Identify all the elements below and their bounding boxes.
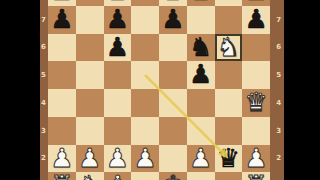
square-a7[interactable]: ♟ <box>48 6 76 34</box>
square-d1[interactable] <box>131 172 159 180</box>
piece-white-knight[interactable]: ♞ <box>78 172 101 180</box>
rank-label-7-right: 7 <box>276 16 281 23</box>
square-f2[interactable]: ♟ <box>187 145 215 173</box>
square-d7[interactable] <box>131 6 159 34</box>
piece-white-king[interactable]: ♚ <box>161 172 184 180</box>
square-c5[interactable] <box>104 61 132 89</box>
chess-board: ♜♝♚♝♜♟♟♟♟♟♞♞♟♛♟♟♟♟♟♛♟♜♞♝♚♜ 776655443322 <box>40 0 284 180</box>
piece-white-rook[interactable]: ♜ <box>244 172 267 180</box>
rank-label-5-left: 5 <box>41 72 46 79</box>
square-g4[interactable] <box>215 89 243 117</box>
square-g2[interactable]: ♛ <box>215 145 243 173</box>
square-g7[interactable] <box>215 6 243 34</box>
piece-black-pawn[interactable]: ♟ <box>161 6 184 34</box>
piece-white-pawn[interactable]: ♟ <box>106 145 129 173</box>
square-h3[interactable] <box>242 117 270 145</box>
square-d4[interactable] <box>131 89 159 117</box>
square-b2[interactable]: ♟ <box>76 145 104 173</box>
square-g6[interactable]: ♞ <box>215 34 243 62</box>
square-a6[interactable] <box>48 34 76 62</box>
square-b3[interactable] <box>76 117 104 145</box>
square-h6[interactable] <box>242 34 270 62</box>
piece-black-knight[interactable]: ♞ <box>189 34 212 62</box>
square-b5[interactable] <box>76 61 104 89</box>
piece-black-pawn[interactable]: ♟ <box>50 6 73 34</box>
square-d5[interactable] <box>131 61 159 89</box>
square-d6[interactable] <box>131 34 159 62</box>
square-e5[interactable] <box>159 61 187 89</box>
piece-white-pawn[interactable]: ♟ <box>133 145 156 173</box>
piece-black-pawn[interactable]: ♟ <box>106 6 129 34</box>
square-f3[interactable] <box>187 117 215 145</box>
piece-black-queen[interactable]: ♛ <box>217 145 240 173</box>
square-g3[interactable] <box>215 117 243 145</box>
rank-label-3-left: 3 <box>41 127 46 134</box>
square-a3[interactable] <box>48 117 76 145</box>
piece-black-pawn[interactable]: ♟ <box>244 6 267 34</box>
square-e3[interactable] <box>159 117 187 145</box>
piece-white-pawn[interactable]: ♟ <box>189 145 212 173</box>
square-a5[interactable] <box>48 61 76 89</box>
piece-white-pawn[interactable]: ♟ <box>78 145 101 173</box>
square-h1[interactable]: ♜ <box>242 172 270 180</box>
square-f5[interactable]: ♟ <box>187 61 215 89</box>
square-c4[interactable] <box>104 89 132 117</box>
square-b6[interactable] <box>76 34 104 62</box>
square-a1[interactable]: ♜ <box>48 172 76 180</box>
piece-black-pawn[interactable]: ♟ <box>106 34 129 62</box>
square-e1[interactable]: ♚ <box>159 172 187 180</box>
rank-label-4-left: 4 <box>41 99 46 106</box>
piece-white-rook[interactable]: ♜ <box>50 172 73 180</box>
board-squares: ♜♝♚♝♜♟♟♟♟♟♞♞♟♛♟♟♟♟♟♛♟♜♞♝♚♜ <box>48 0 270 180</box>
square-b1[interactable]: ♞ <box>76 172 104 180</box>
square-c3[interactable] <box>104 117 132 145</box>
rank-label-3-right: 3 <box>276 127 281 134</box>
rank-label-2-right: 2 <box>276 155 281 162</box>
square-d2[interactable]: ♟ <box>131 145 159 173</box>
square-c7[interactable]: ♟ <box>104 6 132 34</box>
piece-white-knight[interactable]: ♞ <box>217 34 240 62</box>
piece-white-bishop[interactable]: ♝ <box>106 172 129 180</box>
square-c1[interactable]: ♝ <box>104 172 132 180</box>
piece-white-pawn[interactable]: ♟ <box>244 145 267 173</box>
piece-black-pawn[interactable]: ♟ <box>189 61 212 89</box>
square-a4[interactable] <box>48 89 76 117</box>
square-e2[interactable] <box>159 145 187 173</box>
square-f7[interactable] <box>187 6 215 34</box>
rank-label-6-left: 6 <box>41 44 46 51</box>
square-e6[interactable] <box>159 34 187 62</box>
square-a2[interactable]: ♟ <box>48 145 76 173</box>
piece-white-pawn[interactable]: ♟ <box>50 145 73 173</box>
square-h4[interactable]: ♛ <box>242 89 270 117</box>
square-c6[interactable]: ♟ <box>104 34 132 62</box>
square-b4[interactable] <box>76 89 104 117</box>
rank-label-5-right: 5 <box>276 72 281 79</box>
pillarbox-right <box>284 0 320 180</box>
square-c2[interactable]: ♟ <box>104 145 132 173</box>
square-e4[interactable] <box>159 89 187 117</box>
square-f6[interactable]: ♞ <box>187 34 215 62</box>
square-f4[interactable] <box>187 89 215 117</box>
square-d3[interactable] <box>131 117 159 145</box>
rank-label-2-left: 2 <box>41 155 46 162</box>
piece-white-queen[interactable]: ♛ <box>244 89 267 117</box>
square-f1[interactable] <box>187 172 215 180</box>
square-h5[interactable] <box>242 61 270 89</box>
rank-label-6-right: 6 <box>276 44 281 51</box>
square-b7[interactable] <box>76 6 104 34</box>
pillarbox-left <box>0 0 40 180</box>
square-g1[interactable] <box>215 172 243 180</box>
square-e7[interactable]: ♟ <box>159 6 187 34</box>
square-h2[interactable]: ♟ <box>242 145 270 173</box>
square-g5[interactable] <box>215 61 243 89</box>
rank-label-4-right: 4 <box>276 99 281 106</box>
video-frame: ♜♝♚♝♜♟♟♟♟♟♞♞♟♛♟♟♟♟♟♛♟♜♞♝♚♜ 776655443322 <box>0 0 320 180</box>
square-h7[interactable]: ♟ <box>242 6 270 34</box>
rank-label-7-left: 7 <box>41 16 46 23</box>
